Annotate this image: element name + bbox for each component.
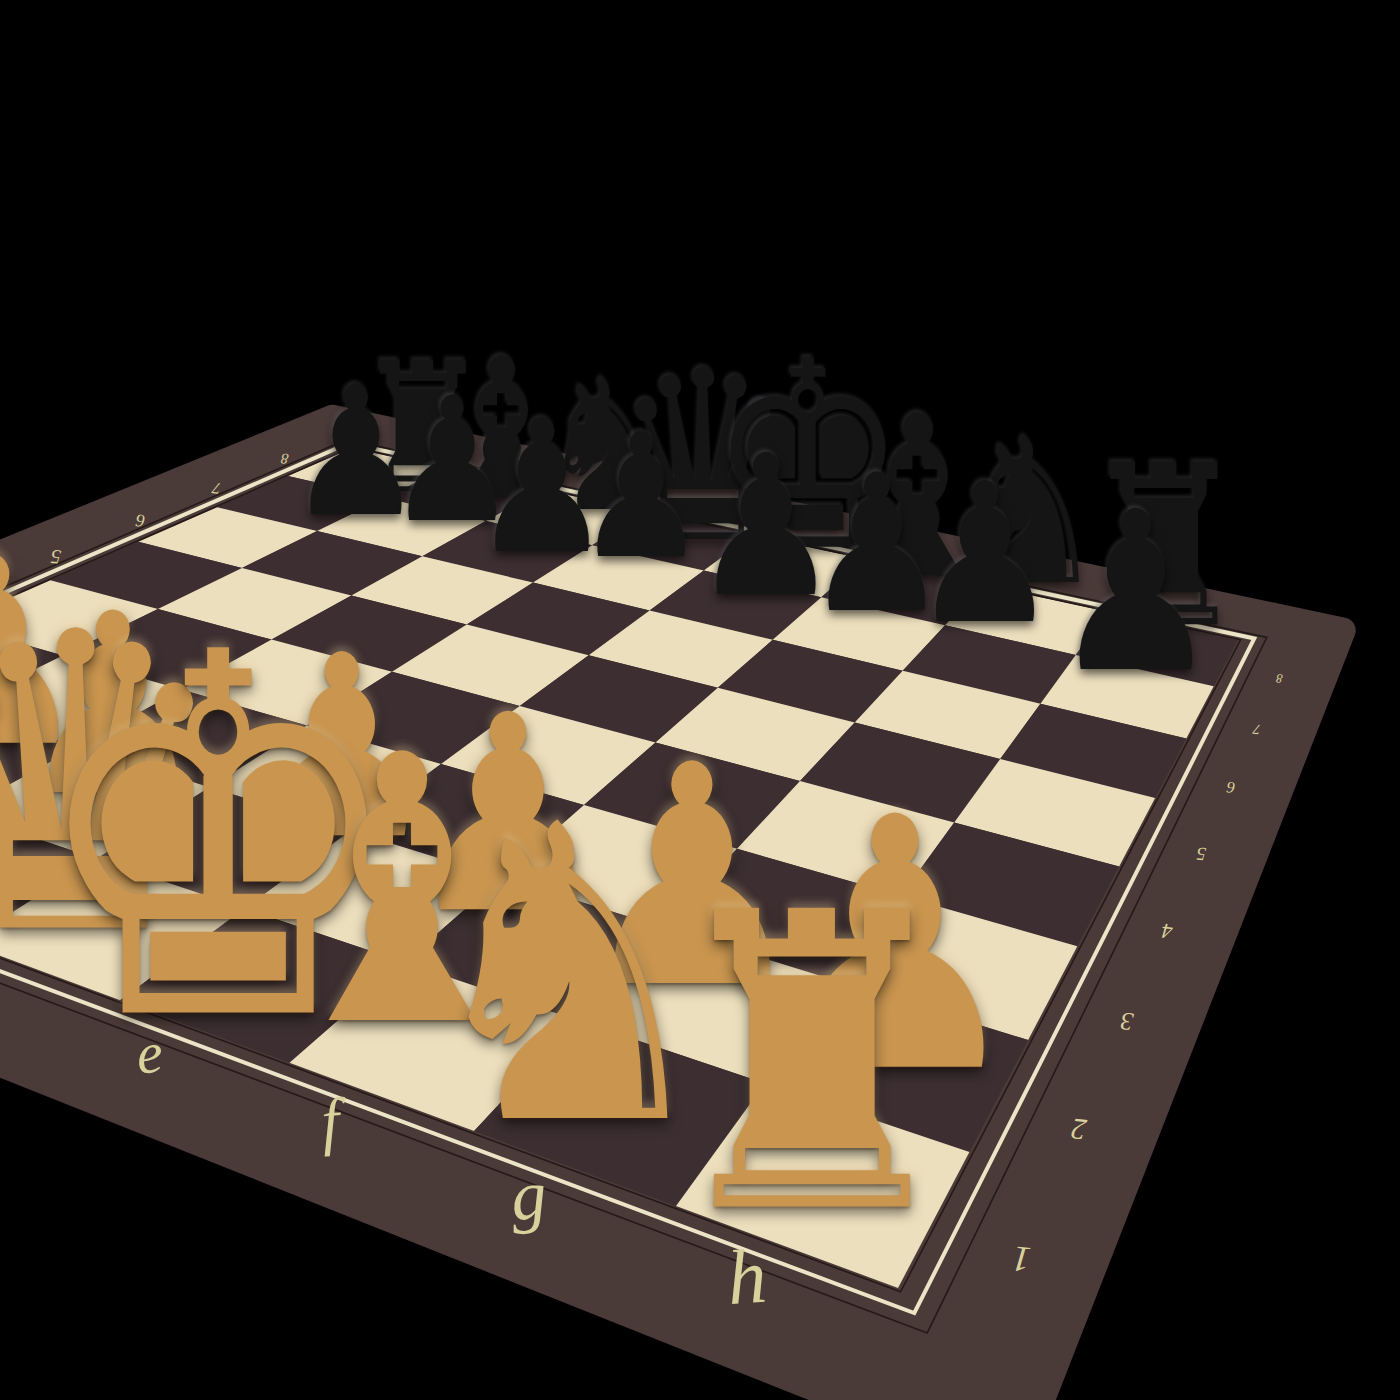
rank-label-right-3: 3 — [1119, 1008, 1136, 1037]
black-pawn-d7[interactable]: ♟ — [575, 411, 706, 583]
black-pawn-h7[interactable]: ♟ — [1052, 482, 1220, 703]
black-pawn-g7[interactable]: ♟ — [911, 458, 1058, 651]
white-rook-h1[interactable]: ♜ — [656, 860, 968, 1269]
photo-stage: abcdefgh1122334455667788 ♜♝♞♟♟♛♚♟♟♝♞♟♟♟♜… — [0, 0, 1400, 1400]
